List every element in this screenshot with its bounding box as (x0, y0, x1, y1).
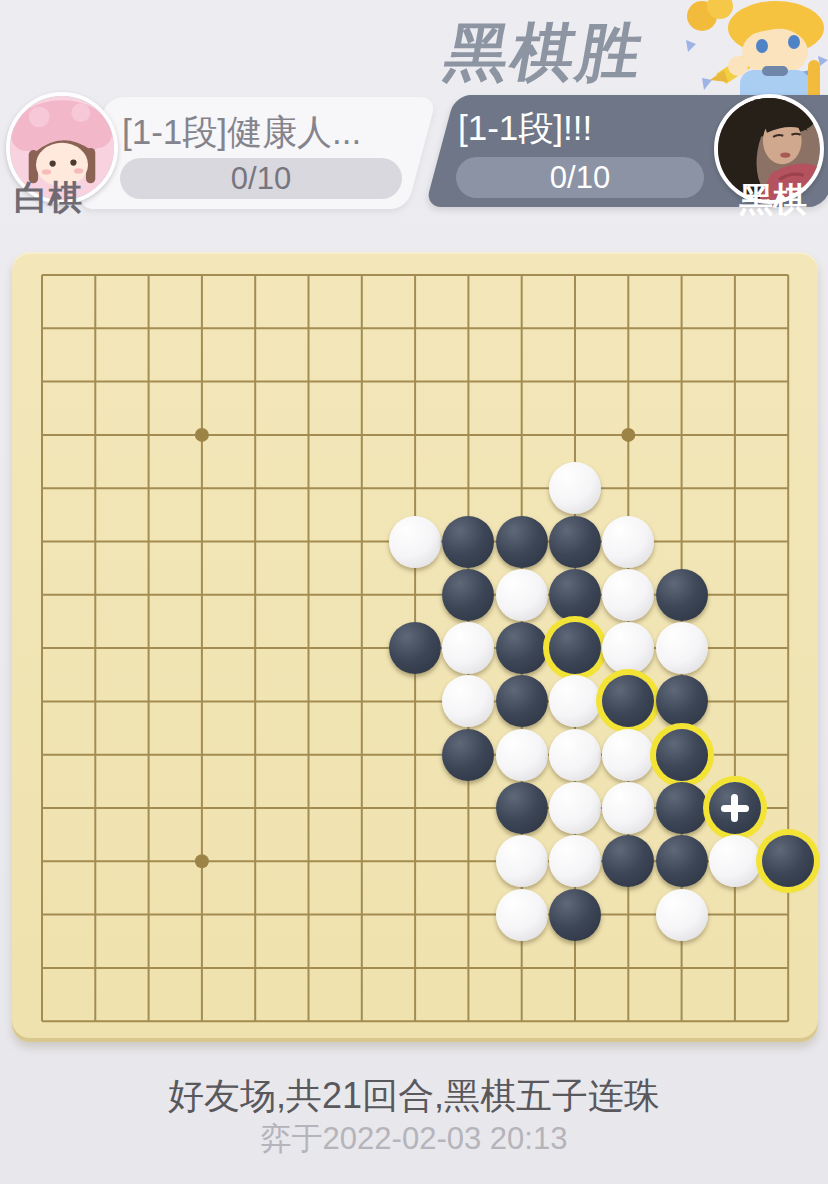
white-stone (549, 835, 601, 887)
black-stone (496, 675, 548, 727)
white-stone (602, 516, 654, 568)
black-stone (656, 782, 708, 834)
black-side-label: 黑棋 (739, 177, 807, 223)
white-stone (389, 516, 441, 568)
white-stone (496, 889, 548, 941)
result-banner: 黑棋胜 (438, 10, 651, 96)
black-stone (549, 569, 601, 621)
black-stone-winning (549, 622, 601, 674)
black-stone-winning (656, 729, 708, 781)
game-board[interactable] (12, 252, 818, 1042)
white-stone (549, 462, 601, 514)
white-stone (496, 835, 548, 887)
black-player-name: [1-1段]!!! (458, 105, 592, 152)
game-timestamp-text: 弈于2022-02-03 20:13 (0, 1118, 828, 1160)
white-stone (602, 729, 654, 781)
white-stone (496, 729, 548, 781)
black-stone (496, 622, 548, 674)
black-stone (656, 835, 708, 887)
black-stone (442, 516, 494, 568)
last-move-cross-icon (731, 794, 738, 822)
white-side-label: 白棋 (14, 175, 82, 221)
white-player-name: [1-1段]健康人... (122, 109, 361, 156)
black-stone (656, 569, 708, 621)
white-stone (549, 675, 601, 727)
white-stone (709, 835, 761, 887)
last-move-black-stone-winning (709, 782, 761, 834)
black-stone (496, 782, 548, 834)
white-stone (602, 622, 654, 674)
black-player-progress-text: 0/10 (550, 160, 610, 195)
white-stone (602, 569, 654, 621)
white-stone (656, 622, 708, 674)
white-player-progress-text: 0/10 (231, 161, 291, 196)
black-stone (442, 729, 494, 781)
white-stone (602, 782, 654, 834)
black-stone (389, 622, 441, 674)
white-player-panel: [1-1段]健康人... 0/10 (77, 97, 437, 209)
white-stone (549, 729, 601, 781)
black-stone (656, 675, 708, 727)
white-stone (496, 569, 548, 621)
white-stone (656, 889, 708, 941)
black-stone (549, 889, 601, 941)
black-stone (442, 569, 494, 621)
black-stone (496, 516, 548, 568)
white-stone (549, 782, 601, 834)
black-player-progress-bar: 0/10 (456, 157, 704, 198)
app-screen: 黑棋胜 [1-1段]健康人... 0/10 [1-1段]!!! (0, 0, 828, 1184)
mascot-illustration (680, 0, 828, 110)
white-player-progress-bar: 0/10 (120, 158, 402, 199)
black-stone (549, 516, 601, 568)
game-summary-text: 好友场,共21回合,黑棋五子连珠 (0, 1072, 828, 1121)
